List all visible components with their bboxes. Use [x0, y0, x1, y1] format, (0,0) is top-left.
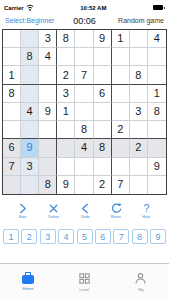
- cell-r1c5[interactable]: [75, 30, 93, 48]
- cell-r5c3[interactable]: 9: [39, 103, 57, 121]
- start-button[interactable]: Start: [16, 202, 29, 221]
- cell-r7c8[interactable]: 2: [130, 139, 148, 157]
- cell-r7c6[interactable]: 8: [94, 139, 112, 157]
- cell-r3c9[interactable]: [148, 66, 166, 84]
- cell-r7c4[interactable]: [57, 139, 75, 157]
- battery-icon: [153, 5, 165, 10]
- cell-r4c3[interactable]: [39, 85, 57, 103]
- cell-r1c4[interactable]: 8: [57, 30, 75, 48]
- cell-r8c1[interactable]: 7: [3, 158, 21, 176]
- cell-r3c4[interactable]: 2: [57, 66, 75, 84]
- cell-r1c8[interactable]: [130, 30, 148, 48]
- cell-r5c9[interactable]: 8: [148, 103, 166, 121]
- cell-r2c6[interactable]: [94, 48, 112, 66]
- cell-r3c2[interactable]: [21, 66, 39, 84]
- cell-r4c8[interactable]: [130, 85, 148, 103]
- cell-r9c1[interactable]: [3, 176, 21, 194]
- cell-r9c5[interactable]: [75, 176, 93, 194]
- cell-r8c7[interactable]: [112, 158, 130, 176]
- random-game-button[interactable]: Random game: [118, 17, 164, 24]
- tab-level[interactable]: Level: [56, 264, 112, 300]
- cell-r9c3[interactable]: 8: [39, 176, 57, 194]
- tab-my[interactable]: My: [113, 264, 169, 300]
- cell-r1c1[interactable]: [3, 30, 21, 48]
- numpad-3[interactable]: 3: [40, 229, 56, 244]
- cell-r7c3[interactable]: [39, 139, 57, 157]
- tool-label: Help: [143, 215, 151, 219]
- cell-r9c8[interactable]: [130, 176, 148, 194]
- tool-label: Delete: [48, 215, 59, 219]
- cell-r6c9[interactable]: [148, 121, 166, 139]
- cell-r6c7[interactable]: 2: [112, 121, 130, 139]
- cell-r1c9[interactable]: 4: [148, 30, 166, 48]
- numpad-2[interactable]: 2: [21, 229, 37, 244]
- cell-r8c5[interactable]: [75, 158, 93, 176]
- cell-r5c7[interactable]: [112, 103, 130, 121]
- help-button[interactable]: ?Help: [140, 202, 153, 221]
- cell-r8c4[interactable]: [57, 158, 75, 176]
- numpad-1[interactable]: 1: [3, 229, 19, 244]
- cell-r1c7[interactable]: 1: [112, 30, 130, 48]
- cell-r4c7[interactable]: [112, 85, 130, 103]
- numpad-7[interactable]: 7: [113, 229, 129, 244]
- tool-label: Reset: [111, 215, 121, 219]
- cell-r6c2[interactable]: [21, 121, 39, 139]
- cell-r7c7[interactable]: [112, 139, 130, 157]
- toolbar: StartDeleteUndoReset?Help: [0, 195, 169, 225]
- cell-r8c6[interactable]: [94, 158, 112, 176]
- cell-r7c1[interactable]: 6: [3, 139, 21, 157]
- tool-label: Start: [19, 215, 27, 219]
- cell-r9c9[interactable]: [148, 176, 166, 194]
- numpad-9[interactable]: 9: [150, 229, 166, 244]
- cell-r3c3[interactable]: [39, 66, 57, 84]
- cell-r1c6[interactable]: 9: [94, 30, 112, 48]
- tab-label: Level: [79, 287, 89, 291]
- cell-r4c2[interactable]: [21, 85, 39, 103]
- briefcase-icon: [22, 275, 34, 284]
- tab-bar: HomeLevelMy: [0, 263, 169, 300]
- cell-r7c2[interactable]: 9: [21, 139, 39, 157]
- numpad-5[interactable]: 5: [77, 229, 93, 244]
- cell-r2c1[interactable]: [3, 48, 21, 66]
- cell-r1c3[interactable]: 3: [39, 30, 57, 48]
- cell-r4c5[interactable]: [75, 85, 93, 103]
- reset-icon: [110, 202, 123, 215]
- cell-r4c4[interactable]: 3: [57, 85, 75, 103]
- grid-icon: [78, 272, 91, 285]
- cell-r7c5[interactable]: 4: [75, 139, 93, 157]
- status-bar: Carrier 10:52 AM: [0, 0, 169, 13]
- cell-r5c4[interactable]: 1: [57, 103, 75, 121]
- cell-r1c2[interactable]: [21, 30, 39, 48]
- question-icon: ?: [140, 202, 153, 215]
- cell-r6c6[interactable]: [94, 121, 112, 139]
- cell-r9c7[interactable]: 7: [112, 176, 130, 194]
- cell-r8c8[interactable]: [130, 158, 148, 176]
- numpad-8[interactable]: 8: [132, 229, 148, 244]
- sudoku-board: 3891484127883614913882694827398927: [2, 29, 167, 195]
- cell-r2c9[interactable]: [148, 48, 166, 66]
- wifi-icon: [26, 4, 34, 11]
- cell-r5c2[interactable]: 4: [21, 103, 39, 121]
- tool-label: Undo: [81, 215, 90, 219]
- cell-r8c9[interactable]: 9: [148, 158, 166, 176]
- cell-r4c9[interactable]: 1: [148, 85, 166, 103]
- cell-r9c4[interactable]: 9: [57, 176, 75, 194]
- tab-home[interactable]: Home: [0, 264, 56, 300]
- cell-r3c5[interactable]: 7: [75, 66, 93, 84]
- cell-r6c8[interactable]: [130, 121, 148, 139]
- delete-button[interactable]: Delete: [45, 202, 62, 221]
- cell-r9c2[interactable]: [21, 176, 39, 194]
- x-icon: [47, 202, 60, 215]
- numpad-4[interactable]: 4: [58, 229, 74, 244]
- cell-r3c1[interactable]: 1: [3, 66, 21, 84]
- cell-r2c8[interactable]: [130, 48, 148, 66]
- cell-r4c1[interactable]: 8: [3, 85, 21, 103]
- select-difficulty-link[interactable]: Select:Beginner: [5, 17, 54, 24]
- number-pad: 123456789: [0, 225, 169, 244]
- cell-r8c3[interactable]: [39, 158, 57, 176]
- cell-r6c5[interactable]: 8: [75, 121, 93, 139]
- cell-r2c7[interactable]: [112, 48, 130, 66]
- timer: 00:06: [73, 16, 96, 26]
- person-icon: [134, 272, 147, 285]
- cell-r3c7[interactable]: [112, 66, 130, 84]
- cell-r3c8[interactable]: 8: [130, 66, 148, 84]
- cell-r6c4[interactable]: [57, 121, 75, 139]
- svg-text:?: ?: [144, 202, 150, 214]
- cell-r5c8[interactable]: 3: [130, 103, 148, 121]
- cell-r6c3[interactable]: [39, 121, 57, 139]
- reset-button[interactable]: Reset: [108, 202, 124, 221]
- cell-r7c9[interactable]: [148, 139, 166, 157]
- cell-r2c3[interactable]: 4: [39, 48, 57, 66]
- numpad-6[interactable]: 6: [95, 229, 111, 244]
- chevron-right-icon: [16, 202, 29, 215]
- cell-r9c6[interactable]: 2: [94, 176, 112, 194]
- cell-r4c6[interactable]: 6: [94, 85, 112, 103]
- chevron-left-icon: [79, 202, 92, 215]
- cell-r2c2[interactable]: 8: [21, 48, 39, 66]
- game-header: Select:Beginner 00:06 Random game: [0, 13, 169, 28]
- cell-r2c5[interactable]: [75, 48, 93, 66]
- cell-r5c6[interactable]: [94, 103, 112, 121]
- cell-r2c4[interactable]: [57, 48, 75, 66]
- undo-button[interactable]: Undo: [78, 202, 92, 221]
- cell-r6c1[interactable]: [3, 121, 21, 139]
- tab-label: My: [138, 287, 144, 291]
- cell-r8c2[interactable]: 3: [21, 158, 39, 176]
- cell-r3c6[interactable]: [94, 66, 112, 84]
- carrier-label: Carrier: [4, 5, 24, 11]
- cell-r5c5[interactable]: [75, 103, 93, 121]
- status-time: 10:52 AM: [80, 5, 106, 11]
- cell-r5c1[interactable]: [3, 103, 21, 121]
- tab-label: Home: [23, 286, 34, 290]
- carrier: Carrier: [4, 4, 34, 11]
